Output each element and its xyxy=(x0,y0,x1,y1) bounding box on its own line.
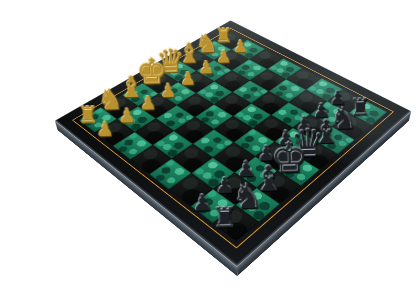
piece-white-pawn-e2[interactable]: ♟ xyxy=(160,82,177,99)
piece-white-pawn-b2[interactable]: ♟ xyxy=(216,49,232,65)
chess-set-photo: ♜♟♟♜♞♟♟♞♝♟♟♝♛♟♟♛♚♟♟♚♝♟♟♝♞♟♟♞♜♟♟♜ xyxy=(0,0,416,294)
piece-white-pawn-g2[interactable]: ♟ xyxy=(118,107,136,125)
piece-white-pawn-d2[interactable]: ♟ xyxy=(179,70,195,87)
piece-white-pawn-c2[interactable]: ♟ xyxy=(198,59,214,75)
square-a5[interactable] xyxy=(286,68,322,90)
board-top-surface: ♜♟♟♜♞♟♟♞♝♟♟♝♛♟♟♛♚♟♟♚♝♟♟♝♞♟♟♞♜♟♟♜ xyxy=(55,21,411,267)
chess-board: ♜♟♟♜♞♟♟♞♝♟♟♝♛♟♟♛♚♟♟♚♝♟♟♝♞♟♟♞♜♟♟♜ xyxy=(55,21,411,267)
square-d5[interactable] xyxy=(233,103,272,128)
piece-white-pawn-f2[interactable]: ♟ xyxy=(140,94,157,111)
piece-black-pawn-h7[interactable]: ♟ xyxy=(192,193,213,214)
squares-grid: ♜♟♟♜♞♟♟♞♝♟♟♝♛♟♟♛♚♟♟♚♝♟♟♝♞♟♟♞♜♟♟♜ xyxy=(79,31,387,241)
piece-white-pawn-h2[interactable]: ♟ xyxy=(96,120,114,138)
piece-black-rook-h8[interactable]: ♜ xyxy=(212,205,238,231)
piece-white-pawn-a2[interactable]: ♟ xyxy=(233,39,248,54)
